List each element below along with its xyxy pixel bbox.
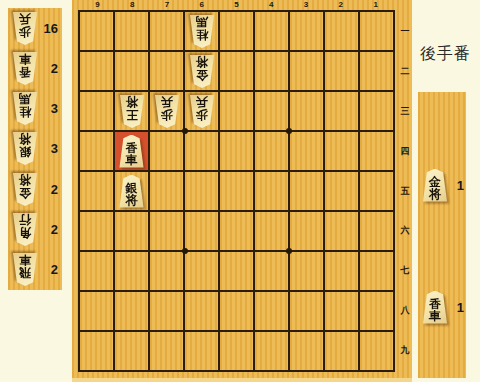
board-cell[interactable]	[290, 212, 323, 250]
hand-piece-count: 2	[51, 263, 58, 276]
board-cell[interactable]	[290, 12, 323, 50]
board-cell[interactable]	[220, 52, 253, 90]
board-cell[interactable]	[80, 92, 113, 130]
star-point	[182, 128, 188, 134]
piece-kanji: 行	[19, 214, 31, 226]
shogi-diagram: 歩兵16香車2桂馬3銀将3金将2角行2飛車2 987654321 桂馬金将王将歩…	[0, 0, 480, 382]
rank-label: 一	[398, 12, 412, 52]
shogi-piece[interactable]: 銀将	[118, 175, 146, 208]
shogi-piece[interactable]: 歩兵	[188, 95, 216, 128]
board-cell[interactable]	[150, 132, 183, 170]
piece-face: 香車	[421, 291, 449, 324]
file-label: 8	[115, 0, 150, 10]
piece-kanji: 歩	[196, 108, 208, 120]
board-cell[interactable]	[290, 332, 323, 370]
board-cell[interactable]	[80, 52, 113, 90]
piece-face: 桂馬	[188, 15, 216, 48]
board-cell[interactable]	[220, 92, 253, 130]
board-cell[interactable]	[325, 12, 358, 50]
board-cell[interactable]	[115, 292, 148, 330]
hand-piece-row: 角行2	[8, 209, 62, 249]
board-cell[interactable]	[115, 52, 148, 90]
board-cell[interactable]	[255, 132, 288, 170]
shogi-piece[interactable]: 角行	[11, 213, 39, 246]
board-cell[interactable]	[115, 212, 148, 250]
piece-kanji: 車	[19, 53, 31, 65]
rank-label: 六	[398, 211, 412, 251]
board-cell[interactable]	[115, 12, 148, 50]
hand-piece-row: 銀将3	[8, 129, 62, 169]
piece-kanji: 金	[19, 186, 31, 198]
hand-piece-count: 2	[51, 62, 58, 75]
board-cell[interactable]	[115, 332, 148, 370]
file-label: 2	[323, 0, 358, 10]
board-cell[interactable]	[360, 172, 393, 210]
shogi-piece[interactable]: 香車	[421, 291, 449, 324]
board-cell[interactable]	[255, 52, 288, 90]
shogi-piece[interactable]: 飛車	[11, 253, 39, 286]
file-label: 5	[219, 0, 254, 10]
board-cell[interactable]	[80, 332, 113, 370]
shogi-piece[interactable]: 歩兵	[153, 95, 181, 128]
piece-kanji: 桂	[19, 106, 31, 118]
hand-piece-count: 3	[51, 142, 58, 155]
piece-face: 香車	[118, 135, 146, 168]
hand-piece-row: 桂馬3	[8, 89, 62, 129]
piece-kanji: 車	[126, 154, 138, 166]
piece-face: 桂馬	[11, 92, 39, 125]
star-point	[286, 128, 292, 134]
rank-labels: 一二三四五六七八九	[398, 12, 412, 370]
board-edge	[72, 378, 412, 382]
board-cell[interactable]	[185, 212, 218, 250]
board-cell[interactable]	[220, 292, 253, 330]
board-cell[interactable]	[255, 12, 288, 50]
board-cell[interactable]	[220, 212, 253, 250]
board-cell[interactable]	[325, 172, 358, 210]
hand-piece-row: 香車2	[8, 48, 62, 88]
board-cell[interactable]	[150, 12, 183, 50]
star-point	[286, 248, 292, 254]
file-label: 7	[150, 0, 185, 10]
board-cell[interactable]	[325, 132, 358, 170]
piece-face: 歩兵	[188, 95, 216, 128]
board-cell[interactable]	[255, 252, 288, 290]
board-cell[interactable]: 歩兵	[185, 92, 218, 130]
shogi-piece[interactable]: 桂馬	[188, 15, 216, 48]
board-cell[interactable]	[185, 332, 218, 370]
board-cell[interactable]	[150, 212, 183, 250]
shogi-piece[interactable]: 桂馬	[11, 92, 39, 125]
piece-face: 金将	[11, 173, 39, 206]
hand-piece-row: 香車1	[418, 290, 466, 324]
piece-kanji: 兵	[161, 96, 173, 108]
board-cell[interactable]	[80, 12, 113, 50]
hand-piece-count: 3	[51, 102, 58, 115]
piece-kanji: 車	[19, 254, 31, 266]
file-label: 6	[184, 0, 219, 10]
piece-face: 香車	[11, 52, 39, 85]
file-labels: 987654321	[80, 0, 393, 10]
board-cell[interactable]	[325, 52, 358, 90]
piece-kanji: 将	[126, 194, 138, 206]
piece-face: 歩兵	[11, 12, 39, 45]
board-cell[interactable]	[185, 292, 218, 330]
board-cell[interactable]	[360, 12, 393, 50]
board-cell[interactable]	[360, 212, 393, 250]
board-cell[interactable]	[290, 52, 323, 90]
board-cell[interactable]	[80, 292, 113, 330]
board-cell[interactable]	[255, 212, 288, 250]
rank-label: 七	[398, 251, 412, 291]
board-cell[interactable]	[185, 172, 218, 210]
piece-kanji: 王	[126, 108, 138, 120]
shogi-piece[interactable]: 歩兵	[11, 12, 39, 45]
board-cell[interactable]	[80, 252, 113, 290]
board-cell[interactable]	[360, 252, 393, 290]
board-cell[interactable]	[80, 212, 113, 250]
hand-piece-count: 2	[51, 183, 58, 196]
board-cell[interactable]	[150, 332, 183, 370]
board-cell[interactable]	[325, 212, 358, 250]
piece-kanji: 馬	[196, 16, 208, 28]
piece-kanji: 銀	[19, 146, 31, 158]
file-label: 4	[254, 0, 289, 10]
gote-hand-tray: 歩兵16香車2桂馬3銀将3金将2角行2飛車2	[8, 8, 62, 290]
board-cell[interactable]	[115, 252, 148, 290]
rank-label: 四	[398, 131, 412, 171]
piece-kanji: 香	[19, 65, 31, 77]
shogi-piece[interactable]: 王将	[118, 95, 146, 128]
piece-kanji: 金	[196, 68, 208, 80]
piece-kanji: 歩	[161, 108, 173, 120]
board-cell[interactable]	[80, 172, 113, 210]
board-grid: 桂馬金将王将歩兵歩兵香車銀将	[78, 10, 395, 372]
board-cell[interactable]	[220, 172, 253, 210]
shogi-piece[interactable]: 香車	[118, 135, 146, 168]
board-cell[interactable]	[325, 332, 358, 370]
file-label: 3	[289, 0, 324, 10]
hand-piece-count: 16	[44, 22, 58, 35]
piece-kanji: 将	[19, 174, 31, 186]
rank-label: 八	[398, 290, 412, 330]
file-label: 9	[80, 0, 115, 10]
board-cell[interactable]	[255, 92, 288, 130]
hand-piece-row: 飛車2	[8, 250, 62, 290]
piece-kanji: 桂	[196, 28, 208, 40]
piece-face: 銀将	[11, 132, 39, 165]
board-cell[interactable]	[150, 172, 183, 210]
piece-kanji: 将	[429, 188, 441, 200]
board-cell[interactable]	[220, 252, 253, 290]
turn-indicator: 後手番	[420, 44, 471, 65]
rank-label: 二	[398, 52, 412, 92]
piece-kanji: 車	[429, 310, 441, 322]
board-cell[interactable]	[150, 292, 183, 330]
shogi-piece[interactable]: 金将	[188, 55, 216, 88]
board-cell[interactable]	[325, 252, 358, 290]
piece-face: 歩兵	[153, 95, 181, 128]
board-cell[interactable]: 銀将	[115, 172, 148, 210]
hand-piece-count: 1	[457, 179, 464, 192]
piece-kanji: 馬	[19, 93, 31, 105]
piece-kanji: 兵	[19, 13, 31, 25]
shogi-piece[interactable]: 金将	[11, 173, 39, 206]
rank-label: 五	[398, 171, 412, 211]
board-cell[interactable]	[290, 252, 323, 290]
hand-piece-count: 2	[51, 223, 58, 236]
piece-kanji: 将	[19, 133, 31, 145]
piece-kanji: 将	[126, 96, 138, 108]
board-cell[interactable]: 王将	[115, 92, 148, 130]
board-cell[interactable]	[185, 132, 218, 170]
star-point	[182, 248, 188, 254]
board-cell[interactable]	[220, 12, 253, 50]
piece-kanji: 角	[19, 227, 31, 239]
board-cell[interactable]	[360, 52, 393, 90]
piece-kanji: 兵	[196, 96, 208, 108]
piece-face: 金将	[421, 169, 449, 202]
board-cell[interactable]	[220, 132, 253, 170]
piece-kanji: 飛	[19, 267, 31, 279]
board-cell[interactable]	[360, 132, 393, 170]
piece-face: 銀将	[118, 175, 146, 208]
shogi-piece[interactable]: 香車	[11, 52, 39, 85]
piece-kanji: 将	[196, 56, 208, 68]
board-panel: 987654321 桂馬金将王将歩兵歩兵香車銀将 一二三四五六七八九	[72, 0, 412, 382]
board-cell[interactable]	[220, 332, 253, 370]
board-cell[interactable]: 金将	[185, 52, 218, 90]
board-cell[interactable]	[150, 252, 183, 290]
board-cell[interactable]: 桂馬	[185, 12, 218, 50]
shogi-piece[interactable]: 金将	[421, 169, 449, 202]
rank-label: 三	[398, 92, 412, 132]
hand-piece-row: 金将2	[8, 169, 62, 209]
board-cell[interactable]	[360, 292, 393, 330]
piece-face: 王将	[118, 95, 146, 128]
board-cell[interactable]	[290, 172, 323, 210]
board-cell[interactable]	[80, 132, 113, 170]
board-cell[interactable]	[360, 332, 393, 370]
hand-piece-row: 金将1	[418, 168, 466, 202]
piece-kanji: 歩	[19, 25, 31, 37]
file-label: 1	[358, 0, 393, 10]
rank-label: 九	[398, 330, 412, 370]
piece-face: 飛車	[11, 253, 39, 286]
board-cell[interactable]	[325, 92, 358, 130]
board-cell[interactable]	[150, 52, 183, 90]
piece-face: 角行	[11, 213, 39, 246]
board-cell[interactable]	[325, 292, 358, 330]
board-cell[interactable]	[255, 332, 288, 370]
board-cell[interactable]	[290, 92, 323, 130]
hand-piece-count: 1	[457, 301, 464, 314]
sente-hand-tray: 金将1香車1	[418, 92, 466, 378]
shogi-piece[interactable]: 銀将	[11, 132, 39, 165]
board-cell[interactable]: 歩兵	[150, 92, 183, 130]
board-cell[interactable]	[255, 292, 288, 330]
board-cell[interactable]	[290, 132, 323, 170]
board-cell-highlighted[interactable]: 香車	[115, 132, 148, 170]
piece-face: 金将	[188, 55, 216, 88]
board-cell[interactable]	[185, 252, 218, 290]
hand-piece-row: 歩兵16	[8, 8, 62, 48]
board-cell[interactable]	[360, 92, 393, 130]
board-cell[interactable]	[255, 172, 288, 210]
board-cell[interactable]	[290, 292, 323, 330]
